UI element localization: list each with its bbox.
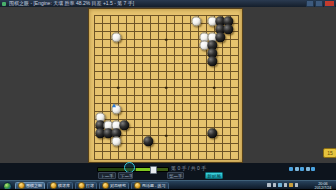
tray-icon[interactable]	[289, 183, 293, 187]
move-counter: 第 0 手 / 共 0 手	[171, 165, 206, 171]
app-button-label: 死活题 - 练习	[142, 183, 166, 188]
tray-icon[interactable]	[284, 183, 288, 187]
close-button[interactable]	[324, 0, 335, 7]
title-bar: 围棋之眼 - [Engine: 天壤 胜率 48.2% 目差 +1.5 - 第 …	[0, 0, 336, 7]
app-button-icon	[102, 182, 109, 189]
last-move-marker	[112, 103, 116, 107]
app-button-label: 打谱	[86, 183, 94, 188]
left-panel	[0, 7, 88, 163]
star-point	[165, 134, 168, 137]
star-point	[117, 86, 120, 89]
right-panel: 15	[243, 7, 336, 163]
star-point	[165, 86, 168, 89]
system-tray	[267, 183, 298, 187]
tray-icon[interactable]	[295, 183, 299, 187]
nav-button[interactable]: 上一手	[98, 172, 116, 179]
taskbar-app-button[interactable]: 对局研究	[99, 182, 129, 190]
minimize-button[interactable]	[306, 0, 314, 7]
taskbar-app-button[interactable]: 死活题 - 练习	[131, 182, 169, 190]
go-board[interactable]	[88, 8, 243, 163]
control-bar: 第 0 手 / 共 0 手 上一手下一手第一手新对局	[0, 163, 336, 180]
app-button-icon	[18, 182, 25, 189]
start-button[interactable]	[3, 182, 12, 189]
status-icons	[289, 167, 315, 171]
app-button-icon	[134, 182, 141, 189]
app-button-icon	[78, 182, 85, 189]
slider-knob[interactable]	[150, 166, 157, 174]
window-title: 围棋之眼 - [Engine: 天壤 胜率 48.2% 目差 +1.5 - 第 …	[9, 0, 306, 7]
nav-button[interactable]: 第一手	[167, 172, 184, 179]
maximize-button[interactable]	[315, 0, 323, 7]
nav-button[interactable]: 下一手	[118, 172, 133, 179]
app-icon	[2, 2, 6, 6]
taskbar-app-button[interactable]: 围棋之眼	[15, 182, 45, 190]
taskbar-app-button[interactable]: 棋谱库	[47, 182, 73, 190]
star-point	[213, 86, 216, 89]
tray-icon[interactable]	[267, 183, 271, 187]
tray-icon[interactable]	[278, 183, 282, 187]
star-point	[165, 38, 168, 41]
app-window: 围棋之眼 - [Engine: 天壤 胜率 48.2% 目差 +1.5 - 第 …	[0, 0, 336, 189]
taskbar: 围棋之眼棋谱库打谱对局研究死活题 - 练习 20:06 2012/7/24	[0, 180, 336, 189]
app-button-label: 对局研究	[110, 183, 126, 188]
status-icon[interactable]	[306, 167, 310, 171]
app-button-label: 棋谱库	[58, 183, 70, 188]
status-icon[interactable]	[311, 167, 315, 171]
taskbar-clock[interactable]: 20:06 2012/7/24	[311, 182, 335, 190]
status-icon[interactable]	[295, 167, 299, 171]
taskbar-app-button[interactable]: 打谱	[75, 182, 97, 190]
app-button-label: 围棋之眼	[26, 183, 42, 188]
tray-icon[interactable]	[273, 183, 277, 187]
status-icon[interactable]	[300, 167, 304, 171]
app-button-icon	[50, 182, 57, 189]
clock-date: 2012/7/24	[311, 186, 335, 190]
corner-badge[interactable]: 15	[323, 148, 336, 158]
primary-action-button[interactable]: 新对局	[205, 172, 223, 179]
status-icon[interactable]	[289, 167, 293, 171]
taskbar-apps: 围棋之眼棋谱库打谱对局研究死活题 - 练习	[15, 182, 169, 190]
